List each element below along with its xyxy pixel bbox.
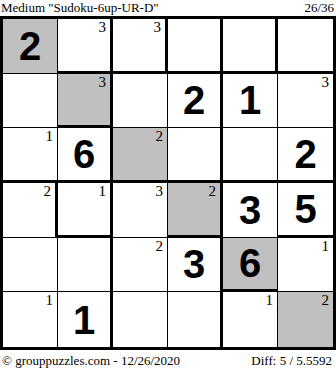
pencil-mark: 3 xyxy=(99,20,107,35)
cell-r2c4[interactable]: 2 xyxy=(168,74,223,129)
pencil-mark: 3 xyxy=(99,75,107,90)
puzzle-title: Medium "Sudoku-6up-UR-D" xyxy=(1,1,159,14)
puzzle-page: Medium "Sudoku-6up-UR-D" 26/36 233321316… xyxy=(0,0,336,370)
cell-r4c3[interactable]: 3 xyxy=(113,183,168,238)
pencil-mark: 2 xyxy=(322,293,330,308)
given-digit: 3 xyxy=(183,244,205,284)
cell-r4c1[interactable]: 2 xyxy=(3,183,58,238)
given-digit: 2 xyxy=(19,26,41,66)
pencil-mark: 1 xyxy=(99,184,107,199)
cell-r5c1[interactable] xyxy=(3,238,58,293)
given-digit: 2 xyxy=(183,80,205,120)
cell-r6c3[interactable] xyxy=(113,292,168,347)
cell-r1c5[interactable] xyxy=(223,19,278,74)
cell-r3c1[interactable]: 1 xyxy=(3,128,58,183)
cell-r1c4[interactable] xyxy=(168,19,223,74)
cell-r6c6[interactable]: 2 xyxy=(278,292,333,347)
progress-counter: 26/36 xyxy=(304,1,334,14)
pencil-mark: 1 xyxy=(266,293,274,308)
cell-r2c6[interactable]: 3 xyxy=(278,74,333,129)
cell-r5c6[interactable]: 1 xyxy=(278,238,333,293)
pencil-mark: 2 xyxy=(209,184,217,199)
cell-r2c2[interactable]: 3 xyxy=(58,74,113,129)
given-digit: 5 xyxy=(294,189,316,229)
cell-r6c2[interactable]: 1 xyxy=(58,292,113,347)
pencil-mark: 2 xyxy=(156,239,164,254)
cell-r3c2[interactable]: 6 xyxy=(58,128,113,183)
cell-r4c2[interactable]: 1 xyxy=(58,183,113,238)
pencil-mark: 2 xyxy=(44,184,52,199)
cell-r5c3[interactable]: 2 xyxy=(113,238,168,293)
cell-r6c4[interactable] xyxy=(168,292,223,347)
footer: © grouppuzzles.com - 12/26/2020 Diff: 5 … xyxy=(0,350,336,370)
cell-r3c4[interactable] xyxy=(168,128,223,183)
pencil-mark: 2 xyxy=(156,129,164,144)
cell-r4c4[interactable]: 2 xyxy=(168,183,223,238)
cell-r2c5[interactable]: 1 xyxy=(223,74,278,129)
given-digit: 2 xyxy=(294,134,316,174)
cell-r2c1[interactable] xyxy=(3,74,58,129)
pencil-mark: 3 xyxy=(154,20,162,35)
pencil-mark: 3 xyxy=(322,75,330,90)
pencil-mark: 1 xyxy=(46,293,54,308)
cell-r3c6[interactable]: 2 xyxy=(278,128,333,183)
cell-r3c5[interactable] xyxy=(223,128,278,183)
cell-r1c6[interactable] xyxy=(278,19,333,74)
cell-r1c2[interactable]: 3 xyxy=(58,19,113,74)
sudoku-board: 2333213162221323523611112 xyxy=(0,16,336,350)
header: Medium "Sudoku-6up-UR-D" 26/36 xyxy=(0,0,336,16)
cell-r4c6[interactable]: 5 xyxy=(278,183,333,238)
pencil-mark: 1 xyxy=(46,129,54,144)
pencil-mark: 1 xyxy=(322,239,330,254)
given-digit: 1 xyxy=(239,80,261,120)
given-digit: 6 xyxy=(73,134,95,174)
cell-r6c1[interactable]: 1 xyxy=(3,292,58,347)
cell-r5c4[interactable]: 3 xyxy=(168,238,223,293)
cell-r6c5[interactable]: 1 xyxy=(223,292,278,347)
cell-r1c3[interactable]: 3 xyxy=(113,19,168,74)
given-digit: 6 xyxy=(239,243,261,283)
copyright-date: © grouppuzzles.com - 12/26/2020 xyxy=(2,354,180,367)
cell-r3c3[interactable]: 2 xyxy=(113,128,168,183)
cell-r1c1[interactable]: 2 xyxy=(3,19,58,74)
difficulty-rating: Diff: 5 / 5.5592 xyxy=(251,354,332,367)
cell-r4c5[interactable]: 3 xyxy=(223,183,278,238)
given-digit: 1 xyxy=(73,300,95,340)
cell-r5c5[interactable]: 6 xyxy=(223,238,278,293)
given-digit: 3 xyxy=(239,190,261,230)
cell-r2c3[interactable] xyxy=(113,74,168,129)
cell-r5c2[interactable] xyxy=(58,238,113,293)
pencil-mark: 3 xyxy=(156,184,164,199)
